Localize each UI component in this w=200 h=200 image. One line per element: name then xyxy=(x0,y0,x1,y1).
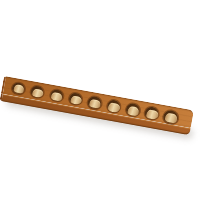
product-photo xyxy=(0,0,200,200)
pit-inner-wall xyxy=(165,113,179,124)
pit[interactable] xyxy=(87,95,102,109)
pit[interactable] xyxy=(125,102,141,117)
pit[interactable] xyxy=(68,92,83,106)
pit-inner-wall xyxy=(89,99,102,110)
mancala-board xyxy=(0,76,194,135)
pit-inner-wall xyxy=(146,109,159,120)
pit-inner-wall xyxy=(70,95,82,105)
pit[interactable] xyxy=(49,88,64,102)
pit-inner-wall xyxy=(127,106,140,117)
pit[interactable] xyxy=(144,105,160,120)
pit[interactable] xyxy=(163,109,180,124)
pit[interactable] xyxy=(30,85,45,98)
pit-inner-wall xyxy=(108,102,121,113)
pit-inner-wall xyxy=(51,91,63,101)
pit[interactable] xyxy=(11,81,25,94)
pit-inner-wall xyxy=(32,88,44,98)
pit-inner-wall xyxy=(13,84,25,94)
pit[interactable] xyxy=(106,98,122,113)
